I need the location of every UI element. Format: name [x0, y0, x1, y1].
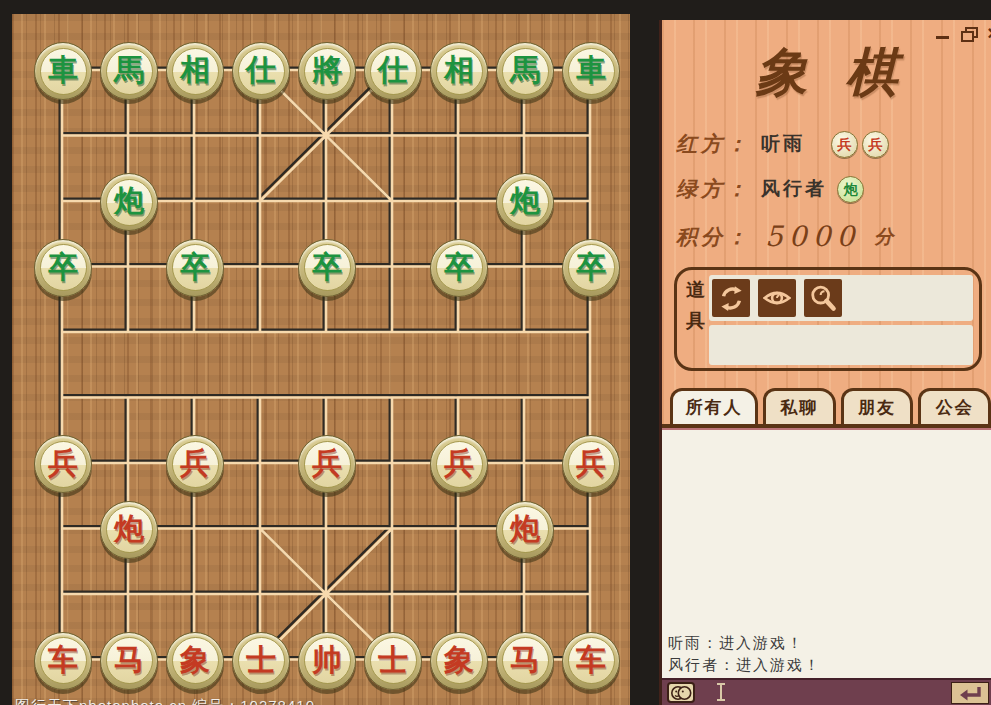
piece-green-仕[interactable]: 仕 [364, 42, 422, 100]
piece-red-车[interactable]: 车 [562, 632, 620, 690]
watermark: 图行天下photophoto.cn 编号：10278410 [15, 697, 315, 705]
piece-red-马[interactable]: 马 [100, 632, 158, 690]
piece-green-卒[interactable]: 卒 [298, 239, 356, 297]
red-pawn-badge-icon: 兵 [862, 131, 889, 158]
chat-message: 听雨：进入游戏！ [668, 632, 821, 654]
tab-guild[interactable]: 公会 [918, 388, 991, 424]
red-player-name: 听雨 [761, 131, 805, 157]
score-label: 积分： [676, 223, 751, 251]
green-side-label: 绿方： [676, 175, 751, 203]
red-player-row: 红方： 听雨 兵 兵 [676, 130, 889, 158]
score-row: 积分： 5000 分 [676, 220, 893, 253]
app-window: 車馬相仕將仕相馬車炮炮卒卒卒卒卒兵兵兵兵兵炮炮车马象士帅士象马车 图行天下pho… [0, 0, 991, 705]
piece-green-炮[interactable]: 炮 [100, 173, 158, 231]
piece-green-車[interactable]: 車 [34, 42, 92, 100]
green-player-name: 风行者 [761, 176, 827, 202]
piece-green-卒[interactable]: 卒 [166, 239, 224, 297]
piece-red-车[interactable]: 车 [34, 632, 92, 690]
piece-green-仕[interactable]: 仕 [232, 42, 290, 100]
piece-red-士[interactable]: 士 [364, 632, 422, 690]
chat-message: 风行者：进入游戏！ [668, 654, 821, 676]
green-player-row: 绿方： 风行者 炮 [676, 175, 864, 203]
piece-red-马[interactable]: 马 [496, 632, 554, 690]
green-cannon-badge-icon: 炮 [837, 176, 864, 203]
tools-inventory-row[interactable] [709, 325, 973, 365]
chat-messages: 听雨：进入游戏！ 风行者：进入游戏！ [668, 632, 821, 676]
piece-red-炮[interactable]: 炮 [496, 501, 554, 559]
chat-area[interactable]: 听雨：进入游戏！ 风行者：进入游戏！ [662, 424, 991, 678]
tab-friends[interactable]: 朋友 [841, 388, 914, 424]
chat-tabs: 所有人 私聊 朋友 公会 [662, 388, 991, 424]
text-cursor [720, 683, 722, 701]
piece-red-士[interactable]: 士 [232, 632, 290, 690]
tools-active-row [709, 275, 973, 321]
piece-red-兵[interactable]: 兵 [166, 435, 224, 493]
chat-input[interactable] [662, 678, 991, 705]
piece-green-相[interactable]: 相 [166, 42, 224, 100]
piece-green-卒[interactable]: 卒 [34, 239, 92, 297]
red-side-label: 红方： [676, 130, 751, 158]
score-value: 5000 [765, 220, 860, 253]
piece-red-兵[interactable]: 兵 [298, 435, 356, 493]
piece-green-馬[interactable]: 馬 [100, 42, 158, 100]
swap-icon[interactable] [712, 279, 750, 317]
piece-green-炮[interactable]: 炮 [496, 173, 554, 231]
piece-red-炮[interactable]: 炮 [100, 501, 158, 559]
red-piece-badges: 兵 兵 [831, 131, 889, 158]
magnifier-icon[interactable] [804, 279, 842, 317]
game-title: 象棋 [662, 38, 991, 108]
score-unit: 分 [874, 224, 893, 250]
emoticon-icon[interactable] [667, 682, 695, 703]
piece-green-車[interactable]: 車 [562, 42, 620, 100]
eye-icon[interactable] [758, 279, 796, 317]
board-grid [12, 14, 630, 705]
tools-label: 道具 [686, 280, 706, 330]
piece-red-兵[interactable]: 兵 [430, 435, 488, 493]
xiangqi-board[interactable]: 車馬相仕將仕相馬車炮炮卒卒卒卒卒兵兵兵兵兵炮炮车马象士帅士象马车 图行天下pho… [12, 14, 630, 705]
tab-everyone[interactable]: 所有人 [670, 388, 758, 424]
piece-green-相[interactable]: 相 [430, 42, 488, 100]
game-side-panel: × 象棋 红方： 听雨 兵 兵 绿方： 风行者 炮 积分： 5000 分 道具 [659, 20, 991, 705]
piece-red-象[interactable]: 象 [430, 632, 488, 690]
piece-green-將[interactable]: 將 [298, 42, 356, 100]
piece-green-卒[interactable]: 卒 [562, 239, 620, 297]
piece-red-兵[interactable]: 兵 [562, 435, 620, 493]
piece-green-卒[interactable]: 卒 [430, 239, 488, 297]
tab-private[interactable]: 私聊 [763, 388, 836, 424]
piece-green-馬[interactable]: 馬 [496, 42, 554, 100]
send-button[interactable] [951, 682, 989, 704]
red-pawn-badge-icon: 兵 [831, 131, 858, 158]
piece-red-帅[interactable]: 帅 [298, 632, 356, 690]
piece-red-兵[interactable]: 兵 [34, 435, 92, 493]
tools-box: 道具 [674, 267, 982, 371]
green-piece-badges: 炮 [837, 176, 864, 203]
piece-red-象[interactable]: 象 [166, 632, 224, 690]
